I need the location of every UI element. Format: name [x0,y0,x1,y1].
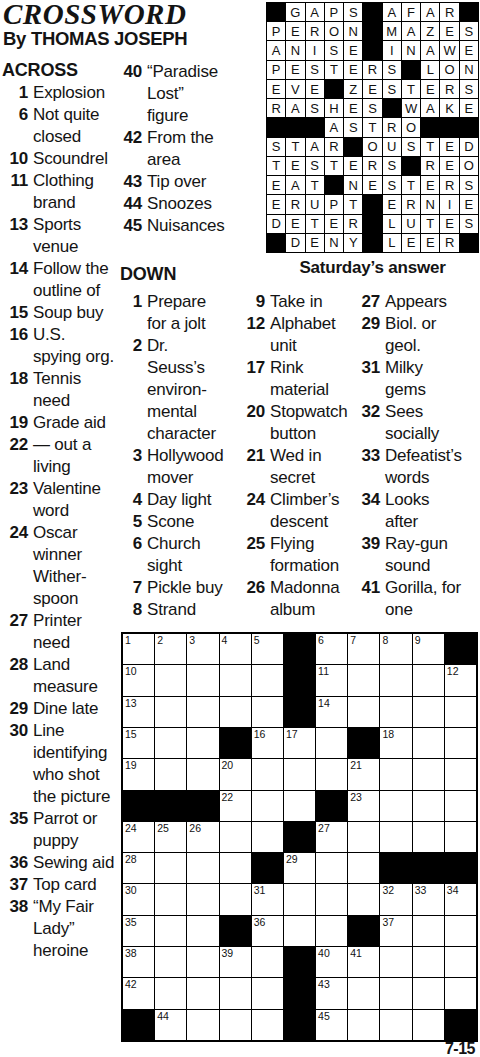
solution-letter-cell-10-9: E [421,176,439,194]
puzzle-cell-7-8[interactable] [348,822,379,852]
puzzle-cell-5-7[interactable] [316,759,347,789]
puzzle-cell-5-6[interactable] [284,759,315,789]
clue-across-19: 19Grade aid [2,412,117,434]
puzzle-cell-1-5[interactable]: 5 [252,634,283,664]
clue-text: Follow the outline of [33,258,117,302]
puzzle-cell-5-2[interactable] [155,759,186,789]
clue-across-38: 38“My Fair Lady” heroine [2,896,117,962]
puzzle-cell-6-5[interactable] [252,791,283,821]
puzzle-black-cell [220,916,251,946]
puzzle-cell-12-9[interactable] [380,978,411,1008]
clue-across-14: 14Follow the outline of [2,258,117,302]
solution-letter-cell-7-8: O [402,118,420,136]
puzzle-cell-6-9[interactable] [380,791,411,821]
clue-text: From the area [147,127,224,171]
byline: By THOMAS JOSEPH [3,28,187,50]
clue-text: Snoozes [147,193,224,215]
clue-text: Strand [147,599,225,621]
puzzle-cell-6-6[interactable] [284,791,315,821]
cell-number-33: 33 [415,885,427,896]
puzzle-cell-3-2[interactable] [155,697,186,727]
solution-letter-cell-8-8: S [402,138,420,156]
puzzle-cell-10-5[interactable]: 36 [252,916,283,946]
puzzle-cell-9-6[interactable] [284,884,315,914]
clue-across-44: 44Snoozes [120,193,224,215]
puzzle-black-cell [284,1010,315,1040]
solution-caption: Saturday’s answer [266,258,479,278]
clue-across-36: 36Sewing aid [2,852,117,874]
cell-number-29: 29 [286,854,298,865]
puzzle-cell-12-10[interactable] [413,978,444,1008]
puzzle-cell-12-7[interactable]: 43 [316,978,347,1008]
solution-letter-cell-10-10: R [440,176,458,194]
solution-black-cell [363,22,381,40]
solution-letter-cell-2-9: Z [421,22,439,40]
puzzle-cell-13-9[interactable] [380,1010,411,1040]
puzzle-cell-9-11[interactable]: 34 [445,884,476,914]
puzzle-cell-3-7[interactable]: 14 [316,697,347,727]
clue-down-2: 2Dr. Seuss’s environ- mental character [120,335,225,445]
puzzle-cell-9-1[interactable]: 30 [123,884,154,914]
puzzle-cell-9-5[interactable]: 31 [252,884,283,914]
cell-number-45: 45 [318,1011,330,1022]
solution-letter-cell-8-3: A [306,138,324,156]
solution-letter-cell-5-6: E [363,80,381,98]
solution-letter-cell-12-4: E [325,215,343,233]
clue-text: Appears [385,291,466,313]
clue-text: Soup buy [33,302,117,324]
clue-number: 24 [2,522,33,610]
puzzle-cell-4-1[interactable]: 15 [123,728,154,758]
puzzle-cell-12-5[interactable] [252,978,283,1008]
solution-black-cell [363,234,381,252]
puzzle-cell-13-4[interactable] [220,1010,251,1040]
puzzle-cell-12-1[interactable]: 42 [123,978,154,1008]
puzzle-cell-1-4[interactable]: 4 [220,634,251,664]
clue-text: Land measure [33,654,117,698]
solution-black-cell [267,3,285,21]
solution-letter-cell-4-2: E [286,61,304,79]
clue-down-33: 33Defeatist’s words [354,445,466,489]
puzzle-cell-6-10[interactable] [413,791,444,821]
puzzle-cell-4-10[interactable] [413,728,444,758]
puzzle-cell-11-8[interactable]: 41 [348,947,379,977]
puzzle-cell-3-9[interactable] [380,697,411,727]
puzzle-cell-10-3[interactable] [187,916,218,946]
solution-letter-cell-13-9: E [421,234,439,252]
clue-number: 7 [120,577,147,599]
clue-number: 29 [354,313,385,357]
solution-letter-cell-9-2: E [286,157,304,175]
puzzle-cell-9-7[interactable] [316,884,347,914]
puzzle-cell-3-11[interactable] [445,697,476,727]
puzzle-cell-9-9[interactable]: 32 [380,884,411,914]
clue-down-6: 6Church sight [120,533,225,577]
solution-letter-cell-6-2: A [286,99,304,117]
puzzle-cell-8-1[interactable]: 28 [123,853,154,883]
solution-black-cell [363,41,381,59]
solution-letter-cell-12-7: L [383,215,401,233]
clue-text: Rink material [270,357,352,401]
puzzle-cell-2-4[interactable] [220,665,251,695]
puzzle-cell-7-5[interactable] [252,822,283,852]
clue-text: Church sight [147,533,225,577]
clue-across-16: 16U.S. spying org. [2,324,117,368]
cell-number-13: 13 [125,698,137,709]
puzzle-cell-7-4[interactable] [220,822,251,852]
puzzle-cell-12-4[interactable] [220,978,251,1008]
solution-letter-cell-4-9: L [421,61,439,79]
solution-letter-cell-4-3: S [306,61,324,79]
clue-text: Prepare for a jolt [147,291,225,335]
clue-number: 43 [120,171,147,193]
puzzle-cell-10-9[interactable]: 37 [380,916,411,946]
puzzle-cell-1-9[interactable]: 8 [380,634,411,664]
puzzle-cell-4-9[interactable]: 18 [380,728,411,758]
puzzle-cell-8-7[interactable] [316,853,347,883]
solution-letter-cell-1-3: A [306,3,324,21]
puzzle-cell-3-10[interactable] [413,697,444,727]
puzzle-cell-7-3[interactable]: 26 [187,822,218,852]
solution-letter-cell-3-4: S [325,41,343,59]
puzzle-cell-11-10[interactable] [413,947,444,977]
clue-number: 29 [2,698,33,720]
solution-letter-cell-11-5: T [344,195,362,213]
clue-text: Dine late [33,698,117,720]
puzzle-cell-12-11[interactable] [445,978,476,1008]
puzzle-cell-7-11[interactable] [445,822,476,852]
puzzle-cell-11-2[interactable] [155,947,186,977]
puzzle-cell-8-6[interactable]: 29 [284,853,315,883]
clue-down-21: 21Wed in secret [242,445,352,489]
puzzle-cell-11-9[interactable] [380,947,411,977]
solution-letter-cell-12-8: U [402,215,420,233]
solution-letter-cell-4-6: R [363,61,381,79]
puzzle-cell-7-9[interactable] [380,822,411,852]
solution-letter-cell-6-6: S [363,99,381,117]
puzzle-cell-2-8[interactable] [348,665,379,695]
cell-number-34: 34 [447,885,459,896]
clue-number: 30 [2,720,33,808]
puzzle-cell-13-2[interactable]: 44 [155,1010,186,1040]
clue-across-29: 29Dine late [2,698,117,720]
clue-number: 39 [354,533,385,577]
puzzle-cell-11-4[interactable]: 39 [220,947,251,977]
clue-across-42: 42From the area [120,127,224,171]
across-clues-column-1: ACROSS 1Explosion6Not quite closed10Scou… [2,59,117,962]
clue-number: 27 [354,291,385,313]
puzzle-cell-2-7[interactable]: 11 [316,665,347,695]
puzzle-cell-2-9[interactable] [380,665,411,695]
puzzle-cell-9-4[interactable] [220,884,251,914]
puzzle-cell-13-5[interactable] [252,1010,283,1040]
solution-black-cell [460,234,478,252]
clue-number: 12 [242,313,270,357]
solution-black-cell [460,118,478,136]
solution-letter-cell-10-7: S [383,176,401,194]
solution-letter-cell-1-10: R [440,3,458,21]
cell-number-3: 3 [189,635,195,646]
solution-letter-cell-3-9: A [421,41,439,59]
puzzle-cell-6-4[interactable]: 22 [220,791,251,821]
puzzle-cell-9-3[interactable] [187,884,218,914]
clue-down-32: 32Sees socially [354,401,466,445]
cell-number-15: 15 [125,729,137,740]
solution-letter-cell-2-2: E [286,22,304,40]
puzzle-cell-12-2[interactable] [155,978,186,1008]
puzzle-cell-1-7[interactable]: 6 [316,634,347,664]
cell-number-27: 27 [318,823,330,834]
clue-text: Defeatist’s words [385,445,466,489]
down-clues-column-1: 1Prepare for a jolt2Dr. Seuss’s environ-… [120,291,225,621]
solution-letter-cell-6-10: K [440,99,458,117]
clue-down-7: 7Pickle buy [120,577,225,599]
solution-letter-cell-2-1: P [267,22,285,40]
puzzle-cell-1-8[interactable]: 7 [348,634,379,664]
puzzle-cell-7-10[interactable] [413,822,444,852]
cell-number-7: 7 [350,635,356,646]
cell-number-18: 18 [382,729,394,740]
cell-number-44: 44 [157,1011,169,1022]
clue-across-30: 30Line identifying who shot the picture [2,720,117,808]
solution-letter-cell-4-10: O [440,61,458,79]
puzzle-cell-3-5[interactable] [252,697,283,727]
puzzle-cell-5-10[interactable] [413,759,444,789]
clue-across-22: 22— out a living [2,434,117,478]
puzzle-cell-2-1[interactable]: 10 [123,665,154,695]
clue-number: 24 [242,489,270,533]
puzzle-cell-9-2[interactable] [155,884,186,914]
date-stamp: 7-15 [445,1040,475,1057]
puzzle-cell-11-1[interactable]: 38 [123,947,154,977]
puzzle-cell-3-4[interactable] [220,697,251,727]
clue-down-26: 26Madonna album [242,577,352,621]
puzzle-cell-10-2[interactable] [155,916,186,946]
cell-number-12: 12 [447,666,459,677]
puzzle-cell-10-7[interactable] [316,916,347,946]
cell-number-22: 22 [222,792,234,803]
clue-number: 40 [120,61,147,127]
puzzle-cell-3-8[interactable] [348,697,379,727]
puzzle-black-cell [220,728,251,758]
puzzle-cell-8-8[interactable] [348,853,379,883]
solution-letter-cell-13-3: E [306,234,324,252]
clue-down-27: 27Appears [354,291,466,313]
clue-down-20: 20Stopwatch button [242,401,352,445]
clue-number: 31 [354,357,385,401]
puzzle-cell-4-2[interactable] [155,728,186,758]
clue-across-28: 28Land measure [2,654,117,698]
clue-across-23: 23Valentine word [2,478,117,522]
puzzle-cell-10-11[interactable] [445,916,476,946]
puzzle-cell-8-2[interactable] [155,853,186,883]
clue-number: 6 [2,104,33,148]
clue-across-35: 35Parrot or puppy [2,808,117,852]
solution-black-cell [363,215,381,233]
puzzle-black-cell [445,1010,476,1040]
solution-letter-cell-4-5: E [344,61,362,79]
puzzle-black-cell [155,791,186,821]
puzzle-cell-10-6[interactable] [284,916,315,946]
solution-black-cell [325,80,343,98]
puzzle-cell-5-1[interactable]: 19 [123,759,154,789]
cell-number-4: 4 [222,635,228,646]
clue-number: 38 [2,896,33,962]
cell-number-40: 40 [318,948,330,959]
clue-text: Sewing aid [33,852,117,874]
solution-letter-cell-8-2: T [286,138,304,156]
down-clues-column-3: 27Appears29Biol. or geol.31Milky gems32S… [354,291,466,621]
solution-letter-cell-11-4: P [325,195,343,213]
clue-down-8: 8Strand [120,599,225,621]
clue-number: 28 [2,654,33,698]
puzzle-cell-11-11[interactable] [445,947,476,977]
solution-letter-cell-2-10: E [440,22,458,40]
puzzle-cell-6-11[interactable] [445,791,476,821]
puzzle-cell-2-11[interactable]: 12 [445,665,476,695]
puzzle-cell-5-4[interactable]: 20 [220,759,251,789]
solution-letter-cell-9-6: R [363,157,381,175]
solution-letter-cell-2-7: M [383,22,401,40]
solution-grid: GAPSAFARPERONMAZESANISEINAWEPESTERSLONEV… [266,2,479,253]
cell-number-35: 35 [125,917,137,928]
solution-letter-cell-10-8: T [402,176,420,194]
puzzle-cell-12-8[interactable] [348,978,379,1008]
solution-black-cell [402,157,420,175]
puzzle-cell-7-7[interactable]: 27 [316,822,347,852]
clue-text: Scone [147,511,225,533]
solution-letter-cell-10-3: T [306,176,324,194]
solution-letter-cell-13-10: R [440,234,458,252]
solution-letter-cell-9-3: S [306,157,324,175]
clue-text: Gorilla, for one [385,577,466,621]
clue-across-43: 43Tip over [120,171,224,193]
puzzle-cell-2-10[interactable] [413,665,444,695]
cell-number-25: 25 [157,823,169,834]
puzzle-cell-4-6[interactable]: 17 [284,728,315,758]
solution-letter-cell-7-5: S [344,118,362,136]
puzzle-cell-12-3[interactable] [187,978,218,1008]
cell-number-23: 23 [350,792,362,803]
solution-letter-cell-7-6: T [363,118,381,136]
puzzle-cell-3-1[interactable]: 13 [123,697,154,727]
solution-letter-cell-4-1: P [267,61,285,79]
cell-number-32: 32 [382,885,394,896]
clue-text: Stopwatch button [270,401,352,445]
puzzle-cell-9-10[interactable]: 33 [413,884,444,914]
puzzle-cell-1-1[interactable]: 1 [123,634,154,664]
puzzle-cell-1-2[interactable]: 2 [155,634,186,664]
puzzle-black-cell [284,697,315,727]
cell-number-43: 43 [318,979,330,990]
puzzle-cell-2-5[interactable] [252,665,283,695]
solution-letter-cell-5-10: R [440,80,458,98]
clue-text: Explosion [33,82,117,104]
puzzle-black-cell [348,916,379,946]
puzzle-cell-7-1[interactable]: 24 [123,822,154,852]
puzzle-cell-4-5[interactable]: 16 [252,728,283,758]
clue-number: 3 [120,445,147,489]
puzzle-cell-8-3[interactable] [187,853,218,883]
clue-down-5: 5Scone [120,511,225,533]
puzzle-cell-13-8[interactable] [348,1010,379,1040]
cell-number-20: 20 [222,760,234,771]
solution-letter-cell-6-5: E [344,99,362,117]
clue-number: 33 [354,445,385,489]
clue-text: Grade aid [33,412,117,434]
solution-letter-cell-10-6: E [363,176,381,194]
puzzle-cell-5-8[interactable]: 21 [348,759,379,789]
solution-letter-cell-6-1: R [267,99,285,117]
puzzle-cell-2-3[interactable] [187,665,218,695]
puzzle-cell-10-1[interactable]: 35 [123,916,154,946]
cell-number-41: 41 [350,948,362,959]
puzzle-cell-8-4[interactable] [220,853,251,883]
clue-number: 42 [120,127,147,171]
cell-number-9: 9 [415,635,421,646]
solution-letter-cell-3-3: I [306,41,324,59]
solution-letter-cell-11-11: E [460,195,478,213]
puzzle-cell-3-3[interactable] [187,697,218,727]
clue-text: Ray-gun sound [385,533,466,577]
solution-letter-cell-4-4: T [325,61,343,79]
puzzle-cell-4-7[interactable] [316,728,347,758]
solution-letter-cell-1-4: P [325,3,343,21]
puzzle-grid: 1234567891011121314151617181920212223242… [121,632,478,1042]
puzzle-cell-13-10[interactable] [413,1010,444,1040]
solution-letter-cell-12-5: R [344,215,362,233]
solution-letter-cell-9-7: S [383,157,401,175]
clue-across-27: 27Printer need [2,610,117,654]
solution-letter-cell-5-3: E [306,80,324,98]
puzzle-cell-1-10[interactable]: 9 [413,634,444,664]
solution-letter-cell-11-10: I [440,195,458,213]
puzzle-cell-11-7[interactable]: 40 [316,947,347,977]
puzzle-cell-4-3[interactable] [187,728,218,758]
puzzle-cell-10-10[interactable] [413,916,444,946]
puzzle-cell-1-3[interactable]: 3 [187,634,218,664]
puzzle-cell-6-8[interactable]: 23 [348,791,379,821]
puzzle-cell-5-5[interactable] [252,759,283,789]
puzzle-cell-13-7[interactable]: 45 [316,1010,347,1040]
cell-number-36: 36 [254,917,266,928]
puzzle-cell-5-11[interactable] [445,759,476,789]
puzzle-cell-9-8[interactable] [348,884,379,914]
puzzle-cell-11-5[interactable] [252,947,283,977]
puzzle-cell-5-9[interactable] [380,759,411,789]
clue-across-10: 10Scoundrel [2,148,117,170]
puzzle-cell-7-2[interactable]: 25 [155,822,186,852]
solution-letter-cell-10-11: S [460,176,478,194]
solution-letter-cell-8-9: T [421,138,439,156]
clue-number: 6 [120,533,147,577]
clue-number: 10 [2,148,33,170]
puzzle-cell-4-11[interactable] [445,728,476,758]
across-header: ACROSS [2,59,117,82]
puzzle-cell-13-3[interactable] [187,1010,218,1040]
solution-letter-cell-1-5: S [344,3,362,21]
clue-text: Flying formation [270,533,352,577]
puzzle-black-cell [284,978,315,1008]
cell-number-42: 42 [125,979,137,990]
solution-letter-cell-6-11: E [460,99,478,117]
puzzle-cell-2-2[interactable] [155,665,186,695]
clue-down-9: 9Take in [242,291,352,313]
clue-number: 15 [2,302,33,324]
puzzle-cell-11-3[interactable] [187,947,218,977]
puzzle-cell-5-3[interactable] [187,759,218,789]
clue-across-11: 11Clothing brand [2,170,117,214]
